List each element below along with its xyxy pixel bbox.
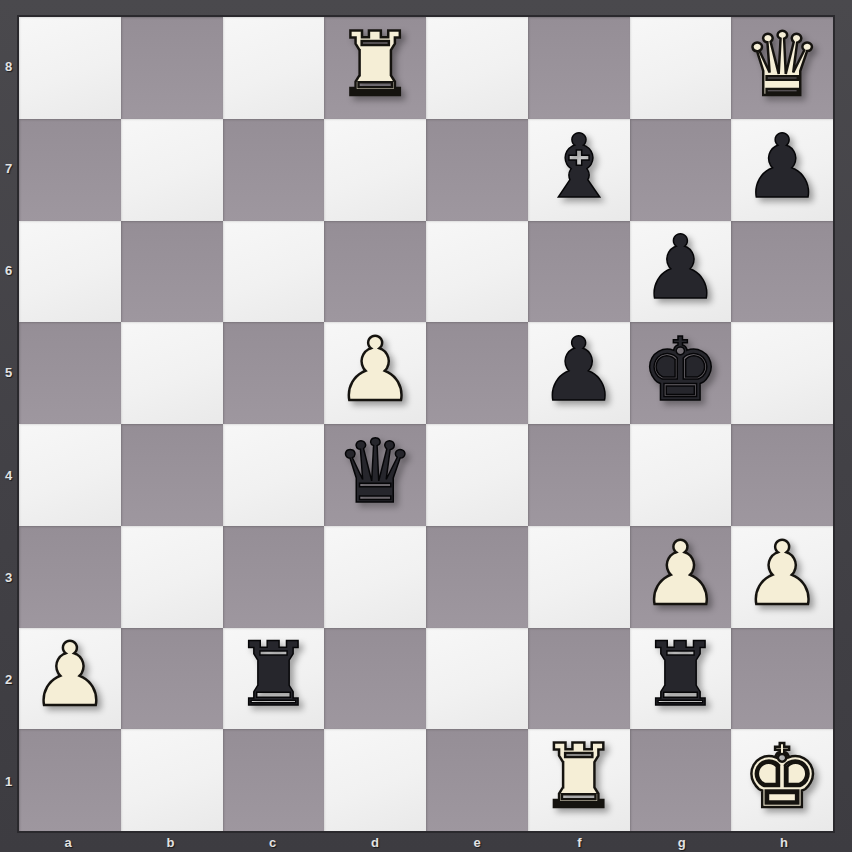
rank-label-2: 2 bbox=[0, 629, 17, 731]
square-e7[interactable] bbox=[426, 119, 528, 221]
square-d2[interactable] bbox=[324, 628, 426, 730]
square-a2[interactable]: ♟ bbox=[19, 628, 121, 730]
square-c6[interactable] bbox=[223, 221, 325, 323]
square-d4[interactable]: ♛ bbox=[324, 424, 426, 526]
rank-label-6: 6 bbox=[0, 220, 17, 322]
square-e5[interactable] bbox=[426, 322, 528, 424]
rank-labels: 87654321 bbox=[0, 15, 17, 833]
square-c7[interactable] bbox=[223, 119, 325, 221]
square-b1[interactable] bbox=[121, 729, 223, 831]
piece-black-pawn[interactable]: ♟ bbox=[641, 224, 720, 312]
piece-white-pawn[interactable]: ♟ bbox=[336, 326, 415, 414]
rank-label-3: 3 bbox=[0, 526, 17, 628]
square-b8[interactable] bbox=[121, 17, 223, 119]
square-c3[interactable] bbox=[223, 526, 325, 628]
square-g8[interactable] bbox=[630, 17, 732, 119]
file-label-d: d bbox=[324, 833, 426, 852]
rank-label-7: 7 bbox=[0, 117, 17, 219]
square-f7[interactable]: ♝ bbox=[528, 119, 630, 221]
square-h1[interactable]: ♚ bbox=[731, 729, 833, 831]
square-f6[interactable] bbox=[528, 221, 630, 323]
square-g4[interactable] bbox=[630, 424, 732, 526]
square-b5[interactable] bbox=[121, 322, 223, 424]
square-d3[interactable] bbox=[324, 526, 426, 628]
piece-black-queen[interactable]: ♛ bbox=[336, 428, 415, 516]
square-b4[interactable] bbox=[121, 424, 223, 526]
square-h7[interactable]: ♟ bbox=[731, 119, 833, 221]
square-b3[interactable] bbox=[121, 526, 223, 628]
square-b6[interactable] bbox=[121, 221, 223, 323]
file-label-c: c bbox=[222, 833, 324, 852]
square-f1[interactable]: ♜ bbox=[528, 729, 630, 831]
square-d6[interactable] bbox=[324, 221, 426, 323]
square-c8[interactable] bbox=[223, 17, 325, 119]
piece-black-rook[interactable]: ♜ bbox=[234, 631, 313, 719]
piece-white-pawn[interactable]: ♟ bbox=[641, 530, 720, 618]
square-g2[interactable]: ♜ bbox=[630, 628, 732, 730]
square-g3[interactable]: ♟ bbox=[630, 526, 732, 628]
piece-white-pawn[interactable]: ♟ bbox=[743, 530, 822, 618]
square-e6[interactable] bbox=[426, 221, 528, 323]
square-h2[interactable] bbox=[731, 628, 833, 730]
piece-white-rook[interactable]: ♜ bbox=[539, 733, 618, 821]
square-f4[interactable] bbox=[528, 424, 630, 526]
square-h5[interactable] bbox=[731, 322, 833, 424]
square-c2[interactable]: ♜ bbox=[223, 628, 325, 730]
piece-black-king[interactable]: ♚ bbox=[641, 326, 720, 414]
file-label-a: a bbox=[17, 833, 119, 852]
rank-label-8: 8 bbox=[0, 15, 17, 117]
square-h6[interactable] bbox=[731, 221, 833, 323]
piece-black-pawn[interactable]: ♟ bbox=[743, 123, 822, 211]
square-e8[interactable] bbox=[426, 17, 528, 119]
square-g6[interactable]: ♟ bbox=[630, 221, 732, 323]
square-d7[interactable] bbox=[324, 119, 426, 221]
piece-white-king[interactable]: ♚ bbox=[743, 733, 822, 821]
rank-label-4: 4 bbox=[0, 424, 17, 526]
square-f3[interactable] bbox=[528, 526, 630, 628]
square-h3[interactable]: ♟ bbox=[731, 526, 833, 628]
file-label-h: h bbox=[733, 833, 835, 852]
file-label-b: b bbox=[119, 833, 221, 852]
square-g5[interactable]: ♚ bbox=[630, 322, 732, 424]
square-h4[interactable] bbox=[731, 424, 833, 526]
square-a4[interactable] bbox=[19, 424, 121, 526]
square-h8[interactable]: ♛ bbox=[731, 17, 833, 119]
square-a1[interactable] bbox=[19, 729, 121, 831]
square-d1[interactable] bbox=[324, 729, 426, 831]
square-e1[interactable] bbox=[426, 729, 528, 831]
square-g7[interactable] bbox=[630, 119, 732, 221]
piece-black-pawn[interactable]: ♟ bbox=[539, 326, 618, 414]
rank-label-1: 1 bbox=[0, 731, 17, 833]
square-c1[interactable] bbox=[223, 729, 325, 831]
rank-label-5: 5 bbox=[0, 322, 17, 424]
square-a8[interactable] bbox=[19, 17, 121, 119]
square-b7[interactable] bbox=[121, 119, 223, 221]
square-e4[interactable] bbox=[426, 424, 528, 526]
square-c4[interactable] bbox=[223, 424, 325, 526]
square-c5[interactable] bbox=[223, 322, 325, 424]
file-labels: abcdefgh bbox=[17, 833, 835, 852]
square-b2[interactable] bbox=[121, 628, 223, 730]
square-a7[interactable] bbox=[19, 119, 121, 221]
square-f2[interactable] bbox=[528, 628, 630, 730]
piece-white-rook[interactable]: ♜ bbox=[336, 21, 415, 109]
file-label-g: g bbox=[631, 833, 733, 852]
square-e3[interactable] bbox=[426, 526, 528, 628]
square-d8[interactable]: ♜ bbox=[324, 17, 426, 119]
piece-white-pawn[interactable]: ♟ bbox=[30, 631, 109, 719]
chess-board-frame: 87654321 abcdefgh ♜♛♝♟♟♟♟♚♛♟♟♟♜♜♜♚ bbox=[0, 0, 852, 852]
square-e2[interactable] bbox=[426, 628, 528, 730]
piece-white-queen[interactable]: ♛ bbox=[743, 21, 822, 109]
piece-black-bishop[interactable]: ♝ bbox=[539, 123, 618, 211]
piece-black-rook[interactable]: ♜ bbox=[641, 631, 720, 719]
chess-board: ♜♛♝♟♟♟♟♚♛♟♟♟♜♜♜♚ bbox=[17, 15, 835, 833]
square-d5[interactable]: ♟ bbox=[324, 322, 426, 424]
file-label-e: e bbox=[426, 833, 528, 852]
square-g1[interactable] bbox=[630, 729, 732, 831]
file-label-f: f bbox=[528, 833, 630, 852]
square-a6[interactable] bbox=[19, 221, 121, 323]
square-a5[interactable] bbox=[19, 322, 121, 424]
square-f5[interactable]: ♟ bbox=[528, 322, 630, 424]
square-a3[interactable] bbox=[19, 526, 121, 628]
square-f8[interactable] bbox=[528, 17, 630, 119]
